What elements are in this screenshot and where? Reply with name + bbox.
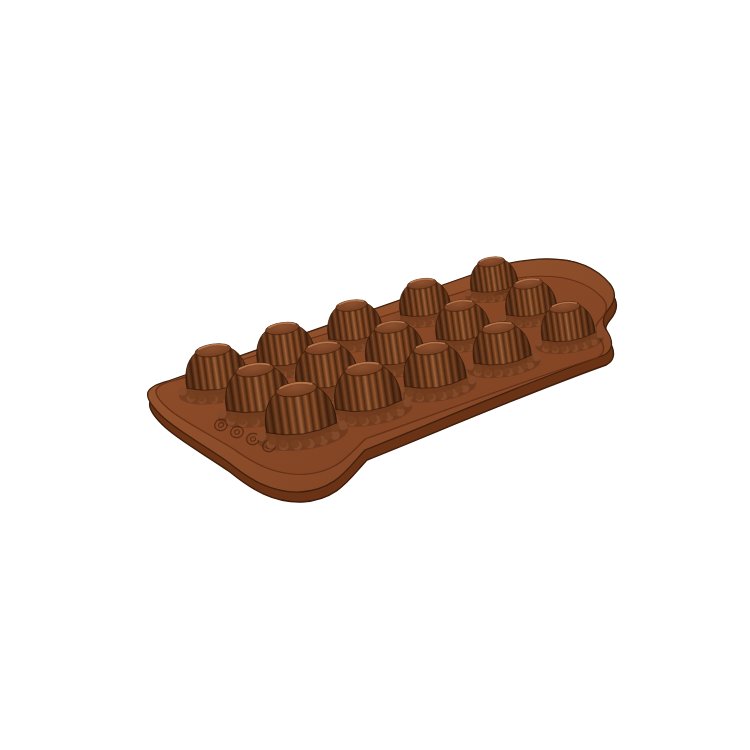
- photo-canvas: Brown silicone chocolate mould tray with…: [0, 0, 750, 750]
- chocolate-mold: [0, 0, 750, 750]
- product-photo: Brown silicone chocolate mould tray with…: [0, 0, 750, 750]
- mold-scene-svg: [0, 0, 750, 750]
